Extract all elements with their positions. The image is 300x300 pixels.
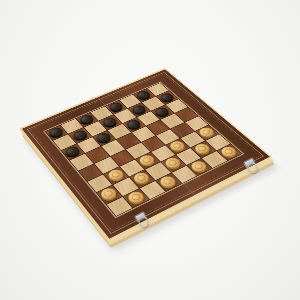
product-photo-stage: ⛂⛂⛂⛂⛂⛂⛂⛂⛂⛂⛂⛂⛀⛀⛀⛀⛀⛀⛀⛀⛀⛀⛀⛀ [0, 0, 300, 300]
